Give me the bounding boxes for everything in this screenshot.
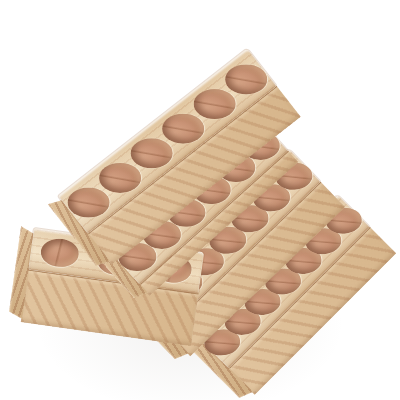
product-photo-scene bbox=[0, 0, 400, 400]
pit-tier1-3[interactable] bbox=[131, 138, 173, 168]
pit-tier5-1[interactable] bbox=[40, 237, 80, 268]
pit-tier1-4[interactable] bbox=[162, 114, 204, 144]
pit-tier1-5[interactable] bbox=[194, 89, 236, 119]
pit-tier1-2[interactable] bbox=[99, 163, 141, 193]
pit-tier1-6[interactable] bbox=[225, 64, 267, 94]
pit-tier1-1[interactable] bbox=[68, 188, 110, 218]
